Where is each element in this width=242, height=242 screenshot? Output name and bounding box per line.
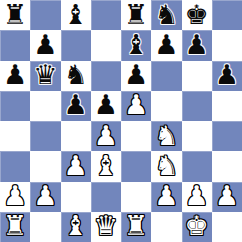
square-g4[interactable] [182, 121, 212, 151]
square-a5[interactable] [0, 91, 30, 121]
white-pawn[interactable]: ♟ [33, 182, 57, 209]
square-d8[interactable] [91, 0, 121, 30]
black-bishop[interactable]: ♝ [124, 31, 148, 58]
square-b7[interactable]: ♟ [30, 30, 60, 60]
square-h1[interactable] [212, 212, 242, 242]
square-e7[interactable]: ♝ [121, 30, 151, 60]
white-king[interactable]: ♚ [185, 212, 209, 239]
square-a8[interactable]: ♜ [0, 0, 30, 30]
chess-board: ♜♝♜♞♚♟♝♟♟♟♛♞♟♟♟♟♟♟♞♟♝♞♟♟♟♟♟♜♝♛♜♚ [0, 0, 242, 242]
square-c7[interactable] [61, 30, 91, 60]
square-h2[interactable]: ♟ [212, 182, 242, 212]
square-a6[interactable]: ♟ [0, 61, 30, 91]
square-d6[interactable] [91, 61, 121, 91]
square-f1[interactable] [151, 212, 181, 242]
square-b1[interactable] [30, 212, 60, 242]
square-b3[interactable] [30, 151, 60, 181]
square-e2[interactable] [121, 182, 151, 212]
square-h3[interactable] [212, 151, 242, 181]
square-b2[interactable]: ♟ [30, 182, 60, 212]
square-a7[interactable] [0, 30, 30, 60]
square-e5[interactable]: ♟ [121, 91, 151, 121]
white-bishop[interactable]: ♝ [64, 212, 88, 239]
square-c3[interactable]: ♟ [61, 151, 91, 181]
square-h4[interactable] [212, 121, 242, 151]
square-d1[interactable]: ♛ [91, 212, 121, 242]
square-h6[interactable]: ♟ [212, 61, 242, 91]
black-queen[interactable]: ♛ [33, 61, 57, 88]
square-g1[interactable]: ♚ [182, 212, 212, 242]
black-bishop[interactable]: ♝ [64, 1, 88, 28]
square-a3[interactable] [0, 151, 30, 181]
white-pawn[interactable]: ♟ [124, 91, 148, 118]
black-pawn[interactable]: ♟ [124, 61, 148, 88]
white-pawn[interactable]: ♟ [154, 182, 178, 209]
square-a2[interactable]: ♟ [0, 182, 30, 212]
white-knight[interactable]: ♞ [154, 152, 178, 179]
square-a4[interactable] [0, 121, 30, 151]
square-g8[interactable]: ♚ [182, 0, 212, 30]
white-knight[interactable]: ♞ [154, 122, 178, 149]
square-f8[interactable]: ♞ [151, 0, 181, 30]
square-b6[interactable]: ♛ [30, 61, 60, 91]
square-f3[interactable]: ♞ [151, 151, 181, 181]
square-g5[interactable] [182, 91, 212, 121]
square-c6[interactable]: ♞ [61, 61, 91, 91]
square-c5[interactable]: ♟ [61, 91, 91, 121]
black-rook[interactable]: ♜ [124, 1, 148, 28]
square-b4[interactable] [30, 121, 60, 151]
black-pawn[interactable]: ♟ [33, 31, 57, 58]
square-c8[interactable]: ♝ [61, 0, 91, 30]
square-c2[interactable] [61, 182, 91, 212]
square-d2[interactable] [91, 182, 121, 212]
square-d5[interactable]: ♟ [91, 91, 121, 121]
white-pawn[interactable]: ♟ [64, 152, 88, 179]
white-pawn[interactable]: ♟ [185, 182, 209, 209]
black-pawn[interactable]: ♟ [215, 61, 239, 88]
black-rook[interactable]: ♜ [3, 1, 27, 28]
black-pawn[interactable]: ♟ [94, 91, 118, 118]
square-g6[interactable] [182, 61, 212, 91]
square-e8[interactable]: ♜ [121, 0, 151, 30]
square-b8[interactable] [30, 0, 60, 30]
square-f2[interactable]: ♟ [151, 182, 181, 212]
square-e3[interactable] [121, 151, 151, 181]
white-pawn[interactable]: ♟ [215, 182, 239, 209]
black-pawn[interactable]: ♟ [3, 61, 27, 88]
square-d7[interactable] [91, 30, 121, 60]
square-c1[interactable]: ♝ [61, 212, 91, 242]
black-king[interactable]: ♚ [185, 1, 209, 28]
square-f7[interactable]: ♟ [151, 30, 181, 60]
white-bishop[interactable]: ♝ [94, 152, 118, 179]
square-g7[interactable]: ♟ [182, 30, 212, 60]
square-b5[interactable] [30, 91, 60, 121]
square-f5[interactable] [151, 91, 181, 121]
black-knight[interactable]: ♞ [154, 1, 178, 28]
white-rook[interactable]: ♜ [124, 212, 148, 239]
square-g3[interactable] [182, 151, 212, 181]
black-pawn[interactable]: ♟ [185, 31, 209, 58]
white-queen[interactable]: ♛ [94, 212, 118, 239]
square-d4[interactable]: ♟ [91, 121, 121, 151]
white-pawn[interactable]: ♟ [3, 182, 27, 209]
black-knight[interactable]: ♞ [64, 61, 88, 88]
black-pawn[interactable]: ♟ [64, 91, 88, 118]
black-pawn[interactable]: ♟ [154, 31, 178, 58]
square-e6[interactable]: ♟ [121, 61, 151, 91]
square-e1[interactable]: ♜ [121, 212, 151, 242]
square-h8[interactable] [212, 0, 242, 30]
square-c4[interactable] [61, 121, 91, 151]
square-e4[interactable] [121, 121, 151, 151]
square-h7[interactable] [212, 30, 242, 60]
square-f4[interactable]: ♞ [151, 121, 181, 151]
square-a1[interactable]: ♜ [0, 212, 30, 242]
white-pawn[interactable]: ♟ [94, 122, 118, 149]
square-g2[interactable]: ♟ [182, 182, 212, 212]
square-f6[interactable] [151, 61, 181, 91]
white-rook[interactable]: ♜ [3, 212, 27, 239]
square-d3[interactable]: ♝ [91, 151, 121, 181]
square-h5[interactable] [212, 91, 242, 121]
